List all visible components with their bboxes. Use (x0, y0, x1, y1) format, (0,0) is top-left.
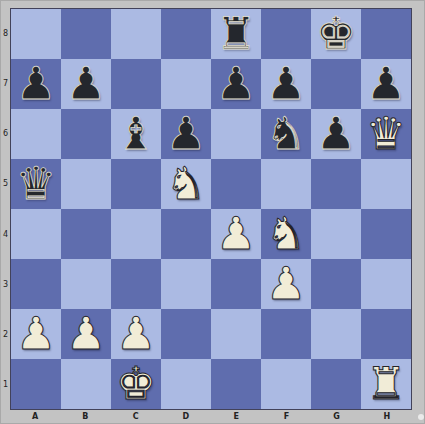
file-label-h: H (362, 410, 412, 424)
white-knight[interactable]: ♞ (166, 161, 206, 206)
square-c4[interactable] (111, 209, 161, 259)
corner-dot (418, 414, 424, 420)
rank-label-8: 8 (1, 8, 10, 58)
square-g8[interactable]: ♚ (311, 9, 361, 59)
square-b2[interactable]: ♟ (61, 309, 111, 359)
black-pawn[interactable]: ♟ (216, 61, 256, 106)
black-knight[interactable]: ♞ (266, 111, 306, 156)
square-f4[interactable]: ♞ (261, 209, 311, 259)
square-g4[interactable] (311, 209, 361, 259)
square-e7[interactable]: ♟ (211, 59, 261, 109)
square-a6[interactable] (11, 109, 61, 159)
square-b4[interactable] (61, 209, 111, 259)
square-d5[interactable]: ♞ (161, 159, 211, 209)
square-f1[interactable] (261, 359, 311, 409)
square-f7[interactable]: ♟ (261, 59, 311, 109)
file-label-f: F (261, 410, 311, 424)
square-g5[interactable] (311, 159, 361, 209)
black-pawn[interactable]: ♟ (366, 61, 406, 106)
square-g1[interactable] (311, 359, 361, 409)
square-c1[interactable]: ♚ (111, 359, 161, 409)
square-e2[interactable] (211, 309, 261, 359)
rank-label-2: 2 (1, 310, 10, 360)
file-label-d: D (161, 410, 211, 424)
square-g7[interactable] (311, 59, 361, 109)
square-h7[interactable]: ♟ (361, 59, 411, 109)
square-c2[interactable]: ♟ (111, 309, 161, 359)
square-d8[interactable] (161, 9, 211, 59)
rank-label-3: 3 (1, 259, 10, 309)
square-h6[interactable]: ♛ (361, 109, 411, 159)
rank-label-6: 6 (1, 109, 10, 159)
square-d6[interactable]: ♟ (161, 109, 211, 159)
square-b6[interactable] (61, 109, 111, 159)
square-e5[interactable] (211, 159, 261, 209)
file-label-b: B (60, 410, 110, 424)
square-f6[interactable]: ♞ (261, 109, 311, 159)
rank-label-7: 7 (1, 58, 10, 108)
square-f5[interactable] (261, 159, 311, 209)
square-d7[interactable] (161, 59, 211, 109)
square-b1[interactable] (61, 359, 111, 409)
white-pawn[interactable]: ♟ (116, 311, 156, 356)
square-g6[interactable]: ♟ (311, 109, 361, 159)
white-rook[interactable]: ♜ (366, 361, 406, 406)
square-d1[interactable] (161, 359, 211, 409)
rank-labels: 87654321 (1, 8, 10, 410)
square-f2[interactable] (261, 309, 311, 359)
square-b7[interactable]: ♟ (61, 59, 111, 109)
square-c8[interactable] (111, 9, 161, 59)
rank-label-1: 1 (1, 360, 10, 410)
square-h1[interactable]: ♜ (361, 359, 411, 409)
square-f8[interactable] (261, 9, 311, 59)
square-a2[interactable]: ♟ (11, 309, 61, 359)
rank-label-5: 5 (1, 159, 10, 209)
square-e1[interactable] (211, 359, 261, 409)
black-pawn[interactable]: ♟ (316, 111, 356, 156)
black-pawn[interactable]: ♟ (16, 61, 56, 106)
square-b3[interactable] (61, 259, 111, 309)
file-label-e: E (211, 410, 261, 424)
black-bishop[interactable]: ♝ (116, 111, 156, 156)
white-pawn[interactable]: ♟ (266, 261, 306, 306)
file-label-a: A (10, 410, 60, 424)
square-b5[interactable] (61, 159, 111, 209)
square-h2[interactable] (361, 309, 411, 359)
square-a7[interactable]: ♟ (11, 59, 61, 109)
square-e8[interactable]: ♜ (211, 9, 261, 59)
square-h3[interactable] (361, 259, 411, 309)
square-d4[interactable] (161, 209, 211, 259)
square-c7[interactable] (111, 59, 161, 109)
chess-board[interactable]: ♜♚♟♟♟♟♟♝♟♞♟♛♛♞♟♞♟♟♟♟♚♜ (10, 8, 412, 410)
white-pawn[interactable]: ♟ (216, 211, 256, 256)
square-h5[interactable] (361, 159, 411, 209)
file-label-g: G (312, 410, 362, 424)
white-pawn[interactable]: ♟ (66, 311, 106, 356)
square-f3[interactable]: ♟ (261, 259, 311, 309)
black-queen[interactable]: ♛ (16, 161, 56, 206)
white-queen[interactable]: ♛ (366, 111, 406, 156)
square-c5[interactable] (111, 159, 161, 209)
square-d2[interactable] (161, 309, 211, 359)
square-a4[interactable] (11, 209, 61, 259)
square-a5[interactable]: ♛ (11, 159, 61, 209)
file-label-c: C (111, 410, 161, 424)
square-a8[interactable] (11, 9, 61, 59)
square-e6[interactable] (211, 109, 261, 159)
square-h8[interactable] (361, 9, 411, 59)
black-rook[interactable]: ♜ (216, 11, 256, 56)
square-a3[interactable] (11, 259, 61, 309)
white-king[interactable]: ♚ (116, 361, 156, 406)
black-pawn[interactable]: ♟ (266, 61, 306, 106)
rank-label-4: 4 (1, 209, 10, 259)
square-h4[interactable] (361, 209, 411, 259)
board-frame: 87654321 ♜♚♟♟♟♟♟♝♟♞♟♛♛♞♟♞♟♟♟♟♚♜ ABCDEFGH (0, 0, 425, 424)
file-labels: ABCDEFGH (10, 410, 412, 424)
square-g2[interactable] (311, 309, 361, 359)
square-g3[interactable] (311, 259, 361, 309)
square-d3[interactable] (161, 259, 211, 309)
square-a1[interactable] (11, 359, 61, 409)
black-pawn[interactable]: ♟ (166, 111, 206, 156)
white-knight[interactable]: ♞ (266, 211, 306, 256)
white-pawn[interactable]: ♟ (16, 311, 56, 356)
square-c3[interactable] (111, 259, 161, 309)
square-e3[interactable] (211, 259, 261, 309)
square-b8[interactable] (61, 9, 111, 59)
black-king[interactable]: ♚ (316, 11, 356, 56)
square-c6[interactable]: ♝ (111, 109, 161, 159)
black-pawn[interactable]: ♟ (66, 61, 106, 106)
square-e4[interactable]: ♟ (211, 209, 261, 259)
